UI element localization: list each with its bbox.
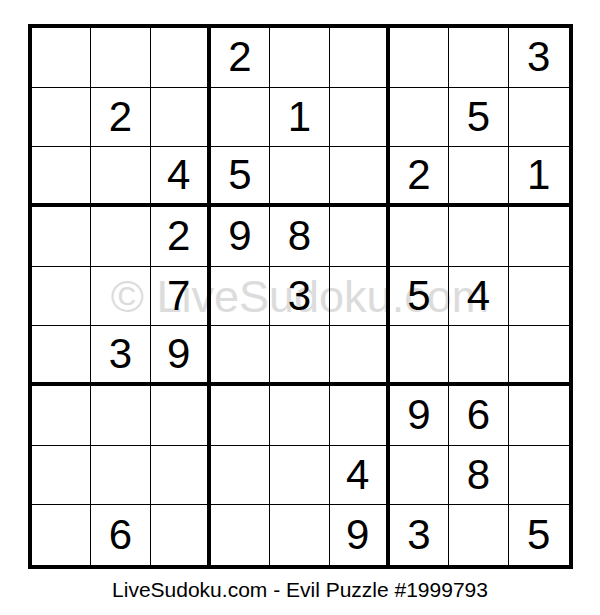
cell-r3c5[interactable] <box>270 147 330 207</box>
cell-r7c2[interactable] <box>91 386 151 446</box>
cell-r5c3: 7 <box>151 267 211 327</box>
cell-r4c9[interactable] <box>509 207 569 267</box>
cell-r5c7: 5 <box>390 267 450 327</box>
cell-r9c5[interactable] <box>270 505 330 565</box>
cell-r7c4[interactable] <box>211 386 271 446</box>
cell-r8c8: 8 <box>449 446 509 506</box>
cell-r5c1[interactable] <box>32 267 92 327</box>
cell-r4c5: 8 <box>270 207 330 267</box>
cell-r5c4[interactable] <box>211 267 271 327</box>
cell-r8c2[interactable] <box>91 446 151 506</box>
cell-r8c1[interactable] <box>32 446 92 506</box>
cell-r8c7[interactable] <box>390 446 450 506</box>
cell-r4c1[interactable] <box>32 207 92 267</box>
cell-r3c9: 1 <box>509 147 569 207</box>
cell-r6c3: 9 <box>151 326 211 386</box>
cell-r5c9[interactable] <box>509 267 569 327</box>
cell-r3c3: 4 <box>151 147 211 207</box>
cell-r4c4: 9 <box>211 207 271 267</box>
cell-r5c6[interactable] <box>330 267 390 327</box>
cell-r7c6[interactable] <box>330 386 390 446</box>
cell-r2c1[interactable] <box>32 88 92 148</box>
cell-r5c2[interactable] <box>91 267 151 327</box>
cell-r3c1[interactable] <box>32 147 92 207</box>
cell-r2c6[interactable] <box>330 88 390 148</box>
cell-r6c6[interactable] <box>330 326 390 386</box>
cell-r6c4[interactable] <box>211 326 271 386</box>
cell-r9c3[interactable] <box>151 505 211 565</box>
cell-r1c3[interactable] <box>151 28 211 88</box>
cell-r9c8[interactable] <box>449 505 509 565</box>
cell-r8c9[interactable] <box>509 446 569 506</box>
cell-r1c8[interactable] <box>449 28 509 88</box>
cell-r4c8[interactable] <box>449 207 509 267</box>
cell-r2c3[interactable] <box>151 88 211 148</box>
puzzle-caption: LiveSudoku.com - Evil Puzzle #1999793 <box>0 578 600 602</box>
cell-r7c5[interactable] <box>270 386 330 446</box>
cell-r1c5[interactable] <box>270 28 330 88</box>
cell-r1c7[interactable] <box>390 28 450 88</box>
cell-r7c3[interactable] <box>151 386 211 446</box>
cell-r6c1[interactable] <box>32 326 92 386</box>
cell-r8c5[interactable] <box>270 446 330 506</box>
cell-r2c4[interactable] <box>211 88 271 148</box>
cell-r5c8: 4 <box>449 267 509 327</box>
sudoku-page: © LiveSudoku.com 23215452129873543996486… <box>0 24 600 615</box>
cell-r2c5: 1 <box>270 88 330 148</box>
cell-r1c4: 2 <box>211 28 271 88</box>
cell-r6c9[interactable] <box>509 326 569 386</box>
cell-r3c6[interactable] <box>330 147 390 207</box>
cell-r7c8: 6 <box>449 386 509 446</box>
cell-r3c7: 2 <box>390 147 450 207</box>
cell-r7c9[interactable] <box>509 386 569 446</box>
sudoku-grid: 23215452129873543996486935 <box>32 28 569 565</box>
cell-r7c7: 9 <box>390 386 450 446</box>
cell-r4c6[interactable] <box>330 207 390 267</box>
cell-r9c9: 5 <box>509 505 569 565</box>
cell-r3c2[interactable] <box>91 147 151 207</box>
sudoku-board: © LiveSudoku.com 23215452129873543996486… <box>28 24 573 569</box>
cell-r4c7[interactable] <box>390 207 450 267</box>
cell-r5c5: 3 <box>270 267 330 327</box>
cell-r6c8[interactable] <box>449 326 509 386</box>
cell-r3c8[interactable] <box>449 147 509 207</box>
cell-r2c2: 2 <box>91 88 151 148</box>
cell-r6c2: 3 <box>91 326 151 386</box>
cell-r1c6[interactable] <box>330 28 390 88</box>
cell-r8c6: 4 <box>330 446 390 506</box>
cell-r4c2[interactable] <box>91 207 151 267</box>
cell-r9c6: 9 <box>330 505 390 565</box>
cell-r8c4[interactable] <box>211 446 271 506</box>
cell-r2c7[interactable] <box>390 88 450 148</box>
cell-r9c2: 6 <box>91 505 151 565</box>
cell-r4c3: 2 <box>151 207 211 267</box>
cell-r7c1[interactable] <box>32 386 92 446</box>
cell-r6c7[interactable] <box>390 326 450 386</box>
cell-r9c4[interactable] <box>211 505 271 565</box>
cell-r9c1[interactable] <box>32 505 92 565</box>
cell-r2c8: 5 <box>449 88 509 148</box>
cell-r6c5[interactable] <box>270 326 330 386</box>
cell-r2c9[interactable] <box>509 88 569 148</box>
cell-r9c7: 3 <box>390 505 450 565</box>
cell-r1c2[interactable] <box>91 28 151 88</box>
cell-r1c1[interactable] <box>32 28 92 88</box>
cell-r8c3[interactable] <box>151 446 211 506</box>
cell-r3c4: 5 <box>211 147 271 207</box>
cell-r1c9: 3 <box>509 28 569 88</box>
